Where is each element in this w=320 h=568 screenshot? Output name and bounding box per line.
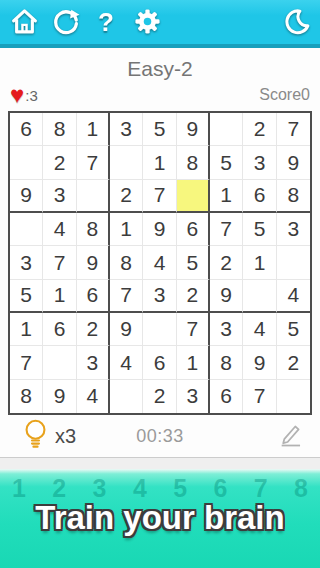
sudoku-cell-r4c5[interactable]: 9 [143, 213, 176, 246]
sudoku-cell-r1c8[interactable]: 2 [243, 113, 276, 146]
sudoku-cell-r6c1[interactable]: 5 [10, 280, 43, 313]
sudoku-cell-r1c7[interactable] [210, 113, 243, 146]
sudoku-cell-r7c2[interactable]: 6 [43, 313, 76, 346]
sudoku-cell-r8c8[interactable]: 9 [243, 346, 276, 379]
sudoku-cell-r9c6[interactable]: 3 [177, 380, 210, 413]
sudoku-cell-r2c4[interactable] [110, 146, 143, 179]
sudoku-cell-r3c6[interactable] [177, 180, 210, 213]
sudoku-cell-r6c6[interactable]: 2 [177, 280, 210, 313]
sudoku-cell-r5c3[interactable]: 9 [77, 246, 110, 279]
sudoku-cell-r7c9[interactable]: 5 [277, 313, 310, 346]
banner-headline: Train your brain [0, 499, 320, 537]
sudoku-cell-r7c6[interactable]: 7 [177, 313, 210, 346]
sudoku-cell-r3c8[interactable]: 6 [243, 180, 276, 213]
bottom-toolbar: x3 00:33 [0, 415, 320, 457]
sudoku-cell-r9c8[interactable]: 7 [243, 380, 276, 413]
sudoku-cell-r2c7[interactable]: 5 [210, 146, 243, 179]
sudoku-cell-r2c2[interactable]: 2 [43, 146, 76, 179]
sudoku-cell-r9c5[interactable]: 2 [143, 380, 176, 413]
sudoku-cell-r4c7[interactable]: 7 [210, 213, 243, 246]
sudoku-cell-r8c1[interactable]: 7 [10, 346, 43, 379]
pencil-icon [277, 434, 304, 451]
sudoku-cell-r4c3[interactable]: 8 [77, 213, 110, 246]
header-bar: ? [0, 0, 320, 44]
sudoku-cell-r1c3[interactable]: 1 [77, 113, 110, 146]
heart-icon: ♥ [10, 83, 24, 107]
sudoku-cell-r9c2[interactable]: 9 [43, 380, 76, 413]
sudoku-cell-r4c8[interactable]: 5 [243, 213, 276, 246]
divider-strip [0, 457, 320, 469]
sudoku-cell-r3c1[interactable]: 9 [10, 180, 43, 213]
sudoku-cell-r3c3[interactable] [77, 180, 110, 213]
pencil-mode-button[interactable] [277, 421, 304, 452]
sudoku-cell-r9c4[interactable] [110, 380, 143, 413]
sudoku-cell-r5c4[interactable]: 8 [110, 246, 143, 279]
lives-indicator: ♥ :3 [10, 83, 38, 107]
sudoku-cell-r9c3[interactable]: 4 [77, 380, 110, 413]
sudoku-cell-r8c3[interactable]: 3 [77, 346, 110, 379]
sudoku-cell-r6c4[interactable]: 7 [110, 280, 143, 313]
sudoku-cell-r3c9[interactable]: 8 [277, 180, 310, 213]
sudoku-cell-r1c4[interactable]: 3 [110, 113, 143, 146]
sudoku-cell-r8c7[interactable]: 8 [210, 346, 243, 379]
sudoku-cell-r1c6[interactable]: 9 [177, 113, 210, 146]
sudoku-cell-r3c4[interactable]: 2 [110, 180, 143, 213]
sudoku-cell-r6c5[interactable]: 3 [143, 280, 176, 313]
sudoku-cell-r1c5[interactable]: 5 [143, 113, 176, 146]
sudoku-cell-r9c1[interactable]: 8 [10, 380, 43, 413]
settings-button[interactable] [131, 6, 163, 38]
sudoku-cell-r2c3[interactable]: 7 [77, 146, 110, 179]
sudoku-cell-r6c3[interactable]: 6 [77, 280, 110, 313]
sudoku-cell-r7c1[interactable]: 1 [10, 313, 43, 346]
sudoku-cell-r5c1[interactable]: 3 [10, 246, 43, 279]
sudoku-cell-r2c8[interactable]: 3 [243, 146, 276, 179]
score-label: Score0 [259, 86, 310, 104]
sudoku-cell-r5c8[interactable]: 1 [243, 246, 276, 279]
sudoku-cell-r2c5[interactable]: 1 [143, 146, 176, 179]
night-mode-button[interactable] [280, 6, 312, 38]
sudoku-app: ? [0, 0, 320, 568]
sudoku-cell-r5c7[interactable]: 2 [210, 246, 243, 279]
sudoku-cell-r7c4[interactable]: 9 [110, 313, 143, 346]
restart-button[interactable] [49, 6, 81, 38]
sudoku-cell-r8c6[interactable]: 1 [177, 346, 210, 379]
sudoku-cell-r2c6[interactable]: 8 [177, 146, 210, 179]
sudoku-cell-r7c8[interactable]: 4 [243, 313, 276, 346]
sudoku-cell-r5c9[interactable] [277, 246, 310, 279]
sudoku-cell-r7c3[interactable]: 2 [77, 313, 110, 346]
sudoku-grid: 6813592727185399327168481967533798452151… [8, 111, 312, 415]
sudoku-cell-r7c7[interactable]: 3 [210, 313, 243, 346]
sudoku-cell-r8c5[interactable]: 6 [143, 346, 176, 379]
gear-icon [131, 6, 163, 38]
sudoku-cell-r6c2[interactable]: 1 [43, 280, 76, 313]
sudoku-cell-r2c9[interactable]: 9 [277, 146, 310, 179]
sudoku-cell-r7c5[interactable] [143, 313, 176, 346]
sudoku-cell-r6c7[interactable]: 9 [210, 280, 243, 313]
lives-count: :3 [25, 87, 38, 104]
sudoku-cell-r6c9[interactable]: 4 [277, 280, 310, 313]
sudoku-cell-r3c2[interactable]: 3 [43, 180, 76, 213]
page-title: Easy-2 [127, 57, 192, 81]
sudoku-cell-r3c7[interactable]: 1 [210, 180, 243, 213]
sudoku-cell-r1c2[interactable]: 8 [43, 113, 76, 146]
moon-icon [280, 6, 312, 38]
sudoku-cell-r8c4[interactable]: 4 [110, 346, 143, 379]
sudoku-cell-r5c5[interactable]: 4 [143, 246, 176, 279]
sudoku-cell-r8c2[interactable] [43, 346, 76, 379]
sudoku-cell-r4c6[interactable]: 6 [177, 213, 210, 246]
promo-banner[interactable]: 12345678 Train your brain [0, 469, 320, 568]
sudoku-cell-r6c8[interactable] [243, 280, 276, 313]
sudoku-cell-r4c9[interactable]: 3 [277, 213, 310, 246]
sudoku-cell-r3c5[interactable]: 7 [143, 180, 176, 213]
timer-label: 00:33 [0, 426, 320, 447]
sudoku-cell-r2c1[interactable] [10, 146, 43, 179]
sudoku-cell-r4c4[interactable]: 1 [110, 213, 143, 246]
help-button[interactable]: ? [90, 6, 122, 38]
home-icon [8, 6, 40, 38]
sudoku-cell-r4c1[interactable] [10, 213, 43, 246]
sudoku-cell-r9c9[interactable] [277, 380, 310, 413]
home-button[interactable] [8, 6, 40, 38]
sudoku-cell-r9c7[interactable]: 6 [210, 380, 243, 413]
sudoku-cell-r1c9[interactable]: 7 [277, 113, 310, 146]
sudoku-cell-r1c1[interactable]: 6 [10, 113, 43, 146]
restart-icon [49, 6, 81, 38]
help-icon: ? [98, 9, 114, 35]
sudoku-cell-r5c2[interactable]: 7 [43, 246, 76, 279]
sudoku-cell-r8c9[interactable]: 2 [277, 346, 310, 379]
sudoku-cell-r4c2[interactable]: 4 [43, 213, 76, 246]
sudoku-cell-r5c6[interactable]: 5 [177, 246, 210, 279]
